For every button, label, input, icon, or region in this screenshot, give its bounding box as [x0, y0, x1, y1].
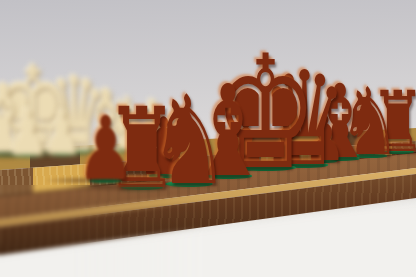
pieces-layer: ♝♚♟♛♟♝♞♟♟♟♜♟♞♝♟♚♟♛♟♝♞♜	[0, 0, 416, 277]
pawn-glyph: ♟	[6, 101, 48, 164]
pawn-glyph: ♟	[77, 105, 136, 193]
black-pawn-piece[interactable]: ♟	[66, 93, 145, 181]
chess-set-photo: ♝♚♟♛♟♝♞♟♟♟♜♟♞♝♟♚♟♛♟♝♞♜	[0, 0, 416, 277]
white-pawn-piece[interactable]: ♟	[0, 92, 55, 155]
